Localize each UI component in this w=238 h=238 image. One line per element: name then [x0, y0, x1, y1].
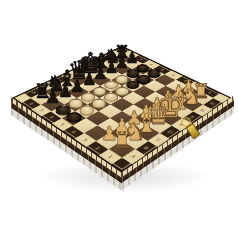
chess-board: 87654321HHGGFFEEDDCCBBAA87654321: [12, 46, 233, 174]
product-photo: 87654321HHGGFFEEDDCCBBAA87654321 ♜♞♟♝♟♚♟…: [0, 0, 238, 238]
